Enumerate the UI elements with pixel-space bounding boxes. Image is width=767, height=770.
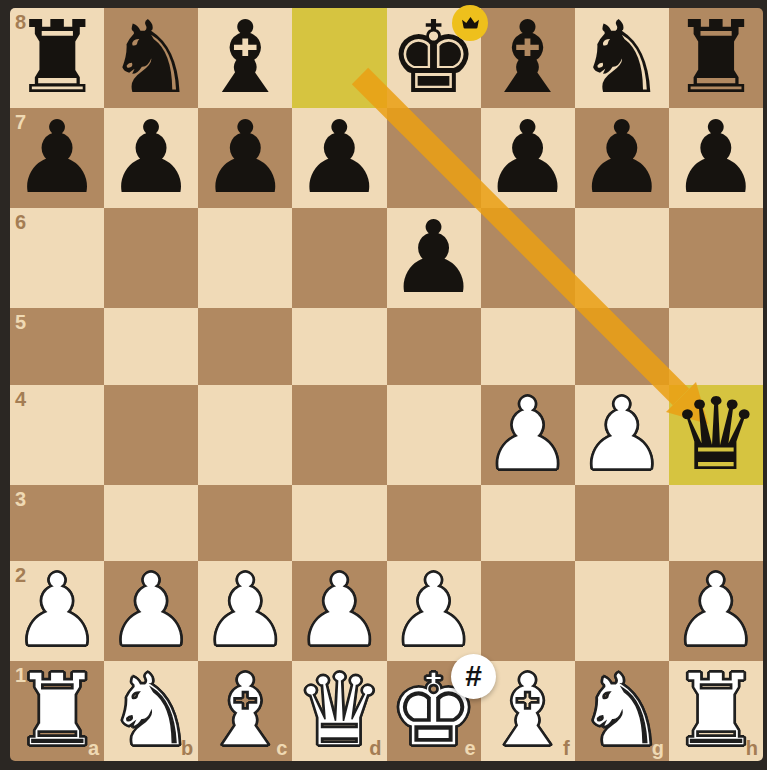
white-rook[interactable]: ♜ <box>671 661 761 761</box>
square-b8[interactable]: ♞ <box>104 8 198 108</box>
square-c6[interactable] <box>198 208 292 308</box>
square-c4[interactable] <box>198 385 292 485</box>
square-h1[interactable]: ♜h <box>669 661 763 761</box>
black-pawn[interactable]: ♟ <box>200 108 290 208</box>
square-h5[interactable] <box>669 308 763 385</box>
square-g7[interactable]: ♟ <box>575 108 669 208</box>
board-grid: ♜8♞♝♚♝♞♜♟7♟♟♟♟♟♟6♟54♟♟♛3♟2♟♟♟♟♟♜1a♞b♝c♛d… <box>10 8 763 761</box>
square-h3[interactable] <box>669 485 763 562</box>
board-frame: ♜8♞♝♚♝♞♜♟7♟♟♟♟♟♟6♟54♟♟♛3♟2♟♟♟♟♟♜1a♞b♝c♛d… <box>0 0 767 770</box>
black-bishop[interactable]: ♝ <box>483 8 573 108</box>
rank-label-4: 4 <box>15 389 26 409</box>
square-c2[interactable]: ♟ <box>198 561 292 661</box>
square-e4[interactable] <box>387 385 481 485</box>
square-g2[interactable] <box>575 561 669 661</box>
rank-label-5: 5 <box>15 312 26 332</box>
white-bishop[interactable]: ♝ <box>200 661 290 761</box>
square-d3[interactable] <box>292 485 386 562</box>
white-pawn[interactable]: ♟ <box>577 385 667 485</box>
checkmate-symbol: # <box>465 661 482 691</box>
square-a6[interactable]: 6 <box>10 208 104 308</box>
black-knight[interactable]: ♞ <box>106 8 196 108</box>
square-a4[interactable]: 4 <box>10 385 104 485</box>
square-g8[interactable]: ♞ <box>575 8 669 108</box>
square-b3[interactable] <box>104 485 198 562</box>
square-b6[interactable] <box>104 208 198 308</box>
square-d6[interactable] <box>292 208 386 308</box>
black-bishop[interactable]: ♝ <box>200 8 290 108</box>
square-h8[interactable]: ♜ <box>669 8 763 108</box>
square-g3[interactable] <box>575 485 669 562</box>
black-pawn[interactable]: ♟ <box>483 108 573 208</box>
square-h2[interactable]: ♟ <box>669 561 763 661</box>
square-b4[interactable] <box>104 385 198 485</box>
square-e5[interactable] <box>387 308 481 385</box>
white-queen[interactable]: ♛ <box>295 661 385 761</box>
black-knight[interactable]: ♞ <box>577 8 667 108</box>
square-d7[interactable]: ♟ <box>292 108 386 208</box>
square-a7[interactable]: ♟7 <box>10 108 104 208</box>
square-f6[interactable] <box>481 208 575 308</box>
square-c8[interactable]: ♝ <box>198 8 292 108</box>
black-pawn[interactable]: ♟ <box>12 108 102 208</box>
white-pawn[interactable]: ♟ <box>295 561 385 661</box>
square-d1[interactable]: ♛d <box>292 661 386 761</box>
black-rook[interactable]: ♜ <box>671 8 761 108</box>
square-h7[interactable]: ♟ <box>669 108 763 208</box>
white-bishop[interactable]: ♝ <box>483 661 573 761</box>
square-d5[interactable] <box>292 308 386 385</box>
chess-board: ♜8♞♝♚♝♞♜♟7♟♟♟♟♟♟6♟54♟♟♛3♟2♟♟♟♟♟♜1a♞b♝c♛d… <box>10 8 763 761</box>
square-h4[interactable]: ♛ <box>669 385 763 485</box>
square-f4[interactable]: ♟ <box>481 385 575 485</box>
crown-icon <box>459 12 482 35</box>
square-e3[interactable] <box>387 485 481 562</box>
square-f5[interactable] <box>481 308 575 385</box>
square-a1[interactable]: ♜1a <box>10 661 104 761</box>
black-pawn[interactable]: ♟ <box>577 108 667 208</box>
white-rook[interactable]: ♜ <box>12 661 102 761</box>
square-e6[interactable]: ♟ <box>387 208 481 308</box>
square-f2[interactable] <box>481 561 575 661</box>
square-f7[interactable]: ♟ <box>481 108 575 208</box>
square-c5[interactable] <box>198 308 292 385</box>
square-a8[interactable]: ♜8 <box>10 8 104 108</box>
square-a2[interactable]: ♟2 <box>10 561 104 661</box>
square-f8[interactable]: ♝ <box>481 8 575 108</box>
white-pawn[interactable]: ♟ <box>106 561 196 661</box>
square-d8[interactable] <box>292 8 386 108</box>
square-a3[interactable]: 3 <box>10 485 104 562</box>
white-pawn[interactable]: ♟ <box>671 561 761 661</box>
white-pawn[interactable]: ♟ <box>12 561 102 661</box>
white-knight[interactable]: ♞ <box>106 661 196 761</box>
black-pawn[interactable]: ♟ <box>106 108 196 208</box>
winner-crown-badge <box>452 5 488 41</box>
black-queen[interactable]: ♛ <box>671 385 761 485</box>
square-h6[interactable] <box>669 208 763 308</box>
square-g6[interactable] <box>575 208 669 308</box>
square-d2[interactable]: ♟ <box>292 561 386 661</box>
checkmate-badge: # <box>451 654 496 699</box>
white-pawn[interactable]: ♟ <box>483 385 573 485</box>
square-b5[interactable] <box>104 308 198 385</box>
square-b2[interactable]: ♟ <box>104 561 198 661</box>
black-rook[interactable]: ♜ <box>12 8 102 108</box>
square-c1[interactable]: ♝c <box>198 661 292 761</box>
square-a5[interactable]: 5 <box>10 308 104 385</box>
square-b1[interactable]: ♞b <box>104 661 198 761</box>
square-g4[interactable]: ♟ <box>575 385 669 485</box>
black-pawn[interactable]: ♟ <box>671 108 761 208</box>
square-b7[interactable]: ♟ <box>104 108 198 208</box>
square-d4[interactable] <box>292 385 386 485</box>
square-e2[interactable]: ♟ <box>387 561 481 661</box>
square-g5[interactable] <box>575 308 669 385</box>
square-e7[interactable] <box>387 108 481 208</box>
square-c7[interactable]: ♟ <box>198 108 292 208</box>
white-knight[interactable]: ♞ <box>577 661 667 761</box>
black-pawn[interactable]: ♟ <box>389 208 479 308</box>
rank-label-3: 3 <box>15 489 26 509</box>
white-pawn[interactable]: ♟ <box>200 561 290 661</box>
black-pawn[interactable]: ♟ <box>295 108 385 208</box>
square-c3[interactable] <box>198 485 292 562</box>
square-g1[interactable]: ♞g <box>575 661 669 761</box>
square-f3[interactable] <box>481 485 575 562</box>
white-pawn[interactable]: ♟ <box>389 561 479 661</box>
